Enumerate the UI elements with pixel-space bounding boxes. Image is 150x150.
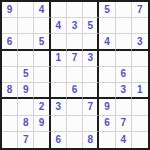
sudoku-cell-r2c2[interactable] — [18, 18, 34, 34]
sudoku-cell-r9c1[interactable] — [2, 132, 18, 148]
sudoku-cell-r4c5[interactable]: 7 — [67, 51, 83, 67]
sudoku-cell-r6c8[interactable]: 3 — [116, 83, 132, 99]
sudoku-cell-r7c1[interactable] — [2, 99, 18, 115]
sudoku-cell-r4c8[interactable] — [116, 51, 132, 67]
sudoku-cell-r2c4[interactable]: 4 — [51, 18, 67, 34]
sudoku-cell-r5c1[interactable] — [2, 67, 18, 83]
sudoku-cell-r5c2[interactable]: 5 — [18, 67, 34, 83]
sudoku-cell-r8c1[interactable] — [2, 116, 18, 132]
sudoku-cell-r4c6[interactable]: 3 — [83, 51, 99, 67]
sudoku-cell-r1c8[interactable] — [116, 2, 132, 18]
sudoku-cell-r7c5[interactable] — [67, 99, 83, 115]
sudoku-cell-r7c3[interactable]: 2 — [34, 99, 50, 115]
sudoku-cell-r7c4[interactable]: 3 — [51, 99, 67, 115]
sudoku-cell-r4c2[interactable] — [18, 51, 34, 67]
sudoku-cell-r9c2[interactable]: 7 — [18, 132, 34, 148]
sudoku-cell-r1c6[interactable] — [83, 2, 99, 18]
sudoku-cell-r7c7[interactable]: 9 — [99, 99, 115, 115]
sudoku-board: 945743565431735689631237989677684 — [0, 0, 150, 150]
sudoku-cell-r1c5[interactable] — [67, 2, 83, 18]
sudoku-cell-r3c8[interactable] — [116, 34, 132, 50]
sudoku-cell-r8c9[interactable] — [132, 116, 148, 132]
sudoku-cell-r3c2[interactable] — [18, 34, 34, 50]
sudoku-cell-r8c7[interactable]: 6 — [99, 116, 115, 132]
sudoku-cell-r7c6[interactable]: 7 — [83, 99, 99, 115]
sudoku-cell-r2c9[interactable] — [132, 18, 148, 34]
sudoku-cell-r2c3[interactable] — [34, 18, 50, 34]
sudoku-cell-r4c4[interactable]: 1 — [51, 51, 67, 67]
sudoku-cell-r5c7[interactable] — [99, 67, 115, 83]
sudoku-cell-r1c2[interactable] — [18, 2, 34, 18]
sudoku-cell-r4c9[interactable] — [132, 51, 148, 67]
sudoku-cell-r9c8[interactable]: 4 — [116, 132, 132, 148]
sudoku-cell-r6c5[interactable]: 6 — [67, 83, 83, 99]
sudoku-cell-r3c5[interactable] — [67, 34, 83, 50]
sudoku-cell-r3c7[interactable]: 4 — [99, 34, 115, 50]
sudoku-cell-r4c3[interactable] — [34, 51, 50, 67]
sudoku-cell-r3c4[interactable] — [51, 34, 67, 50]
sudoku-cell-r6c3[interactable] — [34, 83, 50, 99]
sudoku-cell-r6c9[interactable]: 1 — [132, 83, 148, 99]
sudoku-cell-r6c6[interactable] — [83, 83, 99, 99]
sudoku-cell-r8c8[interactable]: 7 — [116, 116, 132, 132]
sudoku-cell-r8c4[interactable] — [51, 116, 67, 132]
sudoku-cell-r6c7[interactable] — [99, 83, 115, 99]
sudoku-cell-r6c4[interactable] — [51, 83, 67, 99]
sudoku-cell-r1c4[interactable] — [51, 2, 67, 18]
sudoku-cell-r1c3[interactable]: 4 — [34, 2, 50, 18]
sudoku-cell-r9c9[interactable] — [132, 132, 148, 148]
sudoku-cell-r3c6[interactable] — [83, 34, 99, 50]
sudoku-cell-r5c4[interactable] — [51, 67, 67, 83]
sudoku-cell-r1c7[interactable]: 5 — [99, 2, 115, 18]
sudoku-cell-r5c3[interactable] — [34, 67, 50, 83]
sudoku-cell-r8c3[interactable]: 9 — [34, 116, 50, 132]
sudoku-cell-r2c6[interactable]: 5 — [83, 18, 99, 34]
sudoku-cell-r2c8[interactable] — [116, 18, 132, 34]
sudoku-cell-r4c7[interactable] — [99, 51, 115, 67]
sudoku-cell-r5c9[interactable] — [132, 67, 148, 83]
sudoku-cell-r3c1[interactable]: 6 — [2, 34, 18, 50]
sudoku-cell-r5c6[interactable] — [83, 67, 99, 83]
sudoku-cell-r2c5[interactable]: 3 — [67, 18, 83, 34]
sudoku-cell-r9c6[interactable]: 8 — [83, 132, 99, 148]
sudoku-cell-r2c1[interactable] — [2, 18, 18, 34]
sudoku-cell-r3c9[interactable]: 3 — [132, 34, 148, 50]
sudoku-cell-r3c3[interactable]: 5 — [34, 34, 50, 50]
sudoku-cell-r7c9[interactable] — [132, 99, 148, 115]
sudoku-cell-r6c1[interactable]: 8 — [2, 83, 18, 99]
sudoku-cell-r9c3[interactable] — [34, 132, 50, 148]
sudoku-cell-r8c5[interactable] — [67, 116, 83, 132]
sudoku-cell-r1c9[interactable]: 7 — [132, 2, 148, 18]
sudoku-cell-r8c6[interactable] — [83, 116, 99, 132]
sudoku-cell-r9c5[interactable] — [67, 132, 83, 148]
sudoku-cell-r7c8[interactable] — [116, 99, 132, 115]
sudoku-cell-r4c1[interactable] — [2, 51, 18, 67]
sudoku-cell-r2c7[interactable] — [99, 18, 115, 34]
sudoku-cell-r8c2[interactable]: 8 — [18, 116, 34, 132]
sudoku-cell-r9c7[interactable] — [99, 132, 115, 148]
sudoku-cell-r7c2[interactable] — [18, 99, 34, 115]
sudoku-cell-r9c4[interactable]: 6 — [51, 132, 67, 148]
sudoku-cell-r5c8[interactable]: 6 — [116, 67, 132, 83]
sudoku-cell-r5c5[interactable] — [67, 67, 83, 83]
sudoku-cell-r6c2[interactable]: 9 — [18, 83, 34, 99]
sudoku-cell-r1c1[interactable]: 9 — [2, 2, 18, 18]
